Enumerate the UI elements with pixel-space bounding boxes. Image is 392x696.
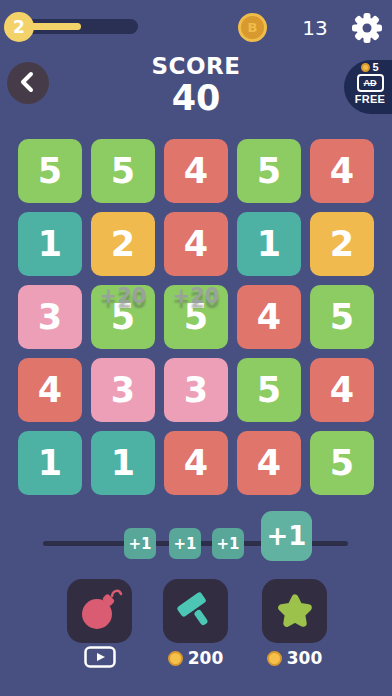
tile-number: 5 — [257, 151, 281, 191]
bonus-popup: +20 — [173, 284, 220, 308]
bomb-powerup-button[interactable] — [67, 579, 132, 643]
tile-r1c1[interactable]: 5 — [18, 139, 82, 203]
tile-r5c3[interactable]: 4 — [164, 431, 228, 495]
tile-r2c4[interactable]: 1 — [237, 212, 301, 276]
tile-r4c1[interactable]: 4 — [18, 358, 82, 422]
tile-number: 4 — [330, 370, 354, 410]
tile-number: 4 — [184, 151, 208, 191]
tile-number: 1 — [111, 443, 135, 483]
tile-r4c3[interactable]: 3 — [164, 358, 228, 422]
tile-number: 4 — [257, 443, 281, 483]
coin-icon: B — [238, 13, 267, 42]
ad-screen-icon: AD — [357, 74, 384, 92]
adfree-badge: 5 — [361, 62, 378, 73]
hammer-price: 200 — [163, 646, 228, 670]
coin-icon-small — [267, 651, 282, 666]
tile-number: 5 — [111, 151, 135, 191]
tile-number: 1 — [38, 443, 62, 483]
adfree-badge-count: 5 — [372, 62, 378, 73]
tile-r1c4[interactable]: 5 — [237, 139, 301, 203]
bomb-icon — [75, 585, 125, 638]
tile-r2c2[interactable]: 2 — [91, 212, 155, 276]
tile-r1c5[interactable]: 4 — [310, 139, 374, 203]
level-number: 2 — [13, 17, 25, 37]
tile-r5c5[interactable]: 5 — [310, 431, 374, 495]
score-label: SCORE — [0, 53, 392, 79]
tile-number: 1 — [38, 224, 62, 264]
tile-number: 4 — [257, 297, 281, 337]
gear-icon — [351, 32, 383, 47]
tile-number: 5 — [257, 370, 281, 410]
watch-ad-button[interactable] — [84, 646, 116, 671]
tile-number: 3 — [111, 370, 135, 410]
settings-button[interactable] — [351, 12, 383, 44]
tile-r5c2[interactable]: 1 — [91, 431, 155, 495]
reward-plus1-marker-large: +1 — [261, 511, 312, 561]
coin-letter: B — [248, 20, 258, 35]
reward-plus1-marker-1: +1 — [124, 528, 156, 559]
ad-crossed-text: AD — [364, 78, 377, 88]
tile-r3c3[interactable]: +205 — [164, 285, 228, 349]
star-powerup-button[interactable] — [262, 579, 327, 643]
bonus-popup: +20 — [100, 284, 147, 308]
tile-r3c2[interactable]: +205 — [91, 285, 155, 349]
coin-count: 13 — [292, 16, 338, 40]
level-badge: 2 — [4, 12, 34, 42]
tile-r5c1[interactable]: 1 — [18, 431, 82, 495]
tile-number: 3 — [184, 370, 208, 410]
tile-number: 4 — [184, 443, 208, 483]
tile-r4c2[interactable]: 3 — [91, 358, 155, 422]
adfree-label: FREE — [355, 93, 386, 105]
reward-plus1-marker-2: +1 — [169, 528, 201, 559]
tile-r2c5[interactable]: 2 — [310, 212, 374, 276]
tile-r2c3[interactable]: 4 — [164, 212, 228, 276]
tile-number: 5 — [330, 297, 354, 337]
reward-plus1-marker-3: +1 — [212, 528, 244, 559]
star-price-value: 300 — [287, 648, 323, 668]
tile-number: 5 — [38, 151, 62, 191]
tile-number: 3 — [38, 297, 62, 337]
tile-number: 4 — [38, 370, 62, 410]
tile-number: 4 — [184, 224, 208, 264]
tile-r3c1[interactable]: 3 — [18, 285, 82, 349]
tile-r3c4[interactable]: 4 — [237, 285, 301, 349]
tile-r4c4[interactable]: 5 — [237, 358, 301, 422]
tile-r5c4[interactable]: 4 — [237, 431, 301, 495]
video-play-icon — [84, 646, 116, 671]
hammer-powerup-button[interactable] — [163, 579, 228, 643]
game-screen: 2 B 13 SCORE 40 — [0, 0, 392, 696]
tile-r2c1[interactable]: 1 — [18, 212, 82, 276]
star-price: 300 — [262, 646, 327, 670]
star-icon — [271, 586, 319, 637]
tile-number: 1 — [257, 224, 281, 264]
hammer-price-value: 200 — [188, 648, 224, 668]
tile-r1c2[interactable]: 5 — [91, 139, 155, 203]
tile-number: 4 — [330, 151, 354, 191]
tile-number: 2 — [111, 224, 135, 264]
mini-coin-icon — [361, 63, 370, 72]
tile-number: 2 — [330, 224, 354, 264]
tile-r4c5[interactable]: 4 — [310, 358, 374, 422]
game-board: 5 5 4 5 4 1 2 4 1 2 3 +205 +205 4 5 4 3 … — [18, 139, 374, 495]
hammer-icon — [171, 585, 221, 638]
coin-icon-small — [168, 651, 183, 666]
adfree-button[interactable]: 5 AD FREE — [344, 60, 392, 114]
tile-r1c3[interactable]: 4 — [164, 139, 228, 203]
score-value: 40 — [0, 78, 392, 118]
tile-r3c5[interactable]: 5 — [310, 285, 374, 349]
tile-number: 5 — [330, 443, 354, 483]
